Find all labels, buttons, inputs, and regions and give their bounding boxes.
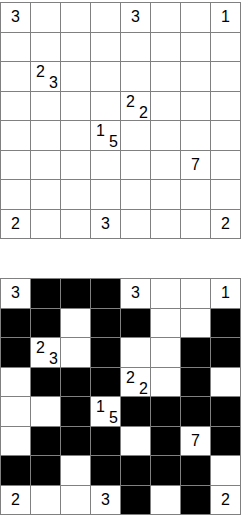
solution-cell-r4c2 xyxy=(61,397,90,426)
puzzle-cell-r2c5[interactable] xyxy=(151,62,180,91)
puzzle-cell-r6c3[interactable] xyxy=(91,180,120,209)
puzzle-cell-r1c5[interactable] xyxy=(151,33,180,62)
clue-text: 2 xyxy=(1,486,30,515)
puzzle-cell-r0c4[interactable]: 3 xyxy=(121,3,150,32)
puzzle-cell-r5c6[interactable]: 7 xyxy=(181,151,210,180)
solution-cell-r6c0 xyxy=(1,456,30,485)
puzzle-cell-r1c2[interactable] xyxy=(61,33,90,62)
solution-cell-r7c1 xyxy=(31,486,60,515)
puzzle-cell-r3c7[interactable] xyxy=(211,92,240,121)
puzzle-cell-r4c0[interactable] xyxy=(1,121,30,150)
puzzle-cell-r5c0[interactable] xyxy=(1,151,30,180)
puzzle-cell-r5c3[interactable] xyxy=(91,151,120,180)
solution-cell-r3c0 xyxy=(1,368,30,397)
solution-cell-r2c5 xyxy=(151,338,180,367)
puzzle-cell-r7c7[interactable]: 2 xyxy=(211,210,240,239)
puzzle-cell-r3c0[interactable] xyxy=(1,92,30,121)
puzzle-cell-r6c7[interactable] xyxy=(211,180,240,209)
puzzle-cell-r4c5[interactable] xyxy=(151,121,180,150)
clue-text: 3 xyxy=(91,210,120,239)
solution-cell-r0c7: 1 xyxy=(211,279,240,308)
puzzle-cell-r2c4[interactable] xyxy=(121,62,150,91)
solution-cell-r2c1: 23 xyxy=(31,338,60,367)
puzzle-cell-r5c2[interactable] xyxy=(61,151,90,180)
solution-cell-r6c4 xyxy=(121,456,150,485)
solution-cell-r2c0 xyxy=(1,338,30,367)
solution-cell-r0c6 xyxy=(181,279,210,308)
solution-cell-r2c3 xyxy=(91,338,120,367)
puzzle-cell-r0c3[interactable] xyxy=(91,3,120,32)
solution-cell-r0c1 xyxy=(31,279,60,308)
puzzle-cell-r2c2[interactable] xyxy=(61,62,90,91)
puzzle-cell-r6c5[interactable] xyxy=(151,180,180,209)
clue-text: 7 xyxy=(181,427,210,456)
puzzle-cell-r1c3[interactable] xyxy=(91,33,120,62)
puzzle-cell-r7c5[interactable] xyxy=(151,210,180,239)
clue-text: 1 xyxy=(211,279,240,308)
solution-cell-r7c3: 3 xyxy=(91,486,120,515)
puzzle-cell-r2c1[interactable]: 23 xyxy=(31,62,60,91)
clue-text: 3 xyxy=(91,486,120,515)
puzzle-cell-r0c5[interactable] xyxy=(151,3,180,32)
clue-text-first: 1 xyxy=(96,399,105,415)
puzzle-cell-r6c1[interactable] xyxy=(31,180,60,209)
solution-cell-r5c0 xyxy=(1,427,30,456)
solution-cell-r6c2 xyxy=(61,456,90,485)
puzzle-cell-r2c3[interactable] xyxy=(91,62,120,91)
clue-text-second: 2 xyxy=(139,381,148,397)
puzzle-cell-r7c1[interactable] xyxy=(31,210,60,239)
solution-cell-r0c2 xyxy=(61,279,90,308)
solution-cell-r1c6 xyxy=(181,309,210,338)
solution-cell-r6c5 xyxy=(151,456,180,485)
solution-cell-r1c2 xyxy=(61,309,90,338)
puzzle-cell-r6c6[interactable] xyxy=(181,180,210,209)
solution-cell-r7c6 xyxy=(181,486,210,515)
puzzle-cell-r4c3[interactable]: 15 xyxy=(91,121,120,150)
puzzle-cell-r3c4[interactable]: 22 xyxy=(121,92,150,121)
puzzle-cell-r2c6[interactable] xyxy=(181,62,210,91)
clue-text: 3 xyxy=(121,3,150,32)
puzzle-cell-r3c5[interactable] xyxy=(151,92,180,121)
clue-text: 3 xyxy=(1,279,30,308)
clue-text-first: 2 xyxy=(126,370,135,386)
solution-cell-r5c1 xyxy=(31,427,60,456)
clue-text-second: 3 xyxy=(49,75,58,91)
solution-cell-r7c7: 2 xyxy=(211,486,240,515)
puzzle-cell-r6c2[interactable] xyxy=(61,180,90,209)
solution-cell-r2c7 xyxy=(211,338,240,367)
solution-cell-r4c5 xyxy=(151,397,180,426)
solution-cell-r4c1 xyxy=(31,397,60,426)
clue-text-first: 2 xyxy=(36,64,45,80)
puzzle-cell-r2c0[interactable] xyxy=(1,62,30,91)
solution-cell-r1c1 xyxy=(31,309,60,338)
solution-cell-r1c5 xyxy=(151,309,180,338)
puzzle-cell-r3c3[interactable] xyxy=(91,92,120,121)
solution-cell-r2c6 xyxy=(181,338,210,367)
solution-cell-r6c3 xyxy=(91,456,120,485)
puzzle-cell-r5c1[interactable] xyxy=(31,151,60,180)
solution-cell-r2c2 xyxy=(61,338,90,367)
solution-cell-r7c0: 2 xyxy=(1,486,30,515)
clue-text: 2 xyxy=(211,486,240,515)
solution-cell-r3c6 xyxy=(181,368,210,397)
solution-cell-r3c5 xyxy=(151,368,180,397)
puzzle-cell-r4c1[interactable] xyxy=(31,121,60,150)
solution-cell-r3c2 xyxy=(61,368,90,397)
puzzle-cell-r7c4[interactable] xyxy=(121,210,150,239)
solution-cell-r5c2 xyxy=(61,427,90,456)
solution-cell-r3c1 xyxy=(31,368,60,397)
puzzle-cell-r0c1[interactable] xyxy=(31,3,60,32)
clue-text-first: 2 xyxy=(36,340,45,356)
puzzle-cell-r1c1[interactable] xyxy=(31,33,60,62)
solution-cell-r0c0: 3 xyxy=(1,279,30,308)
puzzle-cell-r1c4[interactable] xyxy=(121,33,150,62)
solution-cell-r4c6 xyxy=(181,397,210,426)
puzzle-cell-r7c6[interactable] xyxy=(181,210,210,239)
solution-cell-r4c4 xyxy=(121,397,150,426)
solution-cell-r1c4 xyxy=(121,309,150,338)
puzzle-cell-r0c6[interactable] xyxy=(181,3,210,32)
solution-cell-r1c3 xyxy=(91,309,120,338)
solution-cell-r1c7 xyxy=(211,309,240,338)
puzzle-cell-r5c5[interactable] xyxy=(151,151,180,180)
clue-text-second: 5 xyxy=(109,134,118,150)
puzzle-cell-r5c7[interactable] xyxy=(211,151,240,180)
clue-text-first: 2 xyxy=(126,94,135,110)
clue-text-second: 5 xyxy=(109,410,118,426)
puzzle-cell-r7c2[interactable] xyxy=(61,210,90,239)
solution-cell-r5c7 xyxy=(211,427,240,456)
clue-text-first: 1 xyxy=(96,123,105,139)
solution-cell-r3c7 xyxy=(211,368,240,397)
clue-text: 2 xyxy=(1,210,30,239)
clue-text: 1 xyxy=(211,3,240,32)
puzzle-cell-r1c6[interactable] xyxy=(181,33,210,62)
solution-cell-r6c1 xyxy=(31,456,60,485)
solution-cell-r5c5 xyxy=(151,427,180,456)
puzzle-cell-r3c6[interactable] xyxy=(181,92,210,121)
puzzle-cell-r4c2[interactable] xyxy=(61,121,90,150)
puzzle-cell-r4c7[interactable] xyxy=(211,121,240,150)
clue-text-second: 2 xyxy=(139,105,148,121)
puzzle-cell-r1c7[interactable] xyxy=(211,33,240,62)
solution-cell-r3c3 xyxy=(91,368,120,397)
solution-cell-r4c7 xyxy=(211,397,240,426)
clue-text-second: 3 xyxy=(49,351,58,367)
solution-cell-r7c2 xyxy=(61,486,90,515)
tapa-solution-board: 3312322157232 xyxy=(0,278,241,515)
puzzle-cell-r4c6[interactable] xyxy=(181,121,210,150)
puzzle-cell-r3c2[interactable] xyxy=(61,92,90,121)
puzzle-cell-r6c4[interactable] xyxy=(121,180,150,209)
puzzle-cell-r3c1[interactable] xyxy=(31,92,60,121)
puzzle-cell-r7c0[interactable]: 2 xyxy=(1,210,30,239)
solution-cell-r0c5 xyxy=(151,279,180,308)
puzzle-cell-r7c3[interactable]: 3 xyxy=(91,210,120,239)
puzzle-cell-r2c7[interactable] xyxy=(211,62,240,91)
solution-cell-r0c4: 3 xyxy=(121,279,150,308)
clue-text: 2 xyxy=(211,210,240,239)
puzzle-cell-r5c4[interactable] xyxy=(121,151,150,180)
puzzle-cell-r0c0[interactable]: 3 xyxy=(1,3,30,32)
puzzle-cell-r0c2[interactable] xyxy=(61,3,90,32)
solution-cell-r5c3 xyxy=(91,427,120,456)
puzzle-cell-r1c0[interactable] xyxy=(1,33,30,62)
solution-cell-r4c3: 15 xyxy=(91,397,120,426)
solution-cell-r4c0 xyxy=(1,397,30,426)
solution-cell-r2c4 xyxy=(121,338,150,367)
solution-cell-r5c4 xyxy=(121,427,150,456)
puzzle-cell-r4c4[interactable] xyxy=(121,121,150,150)
clue-text: 7 xyxy=(181,151,210,180)
solution-cell-r7c5 xyxy=(151,486,180,515)
clue-text: 3 xyxy=(1,3,30,32)
clue-text: 3 xyxy=(121,279,150,308)
solution-cell-r6c7 xyxy=(211,456,240,485)
solution-cell-r5c6: 7 xyxy=(181,427,210,456)
solution-cell-r3c4: 22 xyxy=(121,368,150,397)
tapa-puzzle-board: 3312322157232 xyxy=(0,2,241,239)
solution-cell-r7c4 xyxy=(121,486,150,515)
puzzle-cell-r6c0[interactable] xyxy=(1,180,30,209)
solution-cell-r6c6 xyxy=(181,456,210,485)
solution-cell-r1c0 xyxy=(1,309,30,338)
puzzle-cell-r0c7[interactable]: 1 xyxy=(211,3,240,32)
solution-cell-r0c3 xyxy=(91,279,120,308)
